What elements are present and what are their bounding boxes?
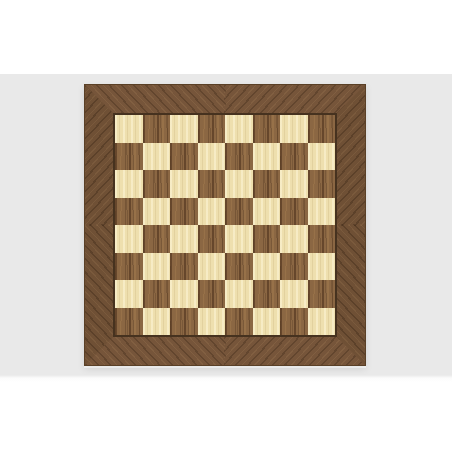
square-b7[interactable] [143,143,171,171]
square-h4[interactable] [308,225,336,253]
square-h5[interactable] [308,198,336,226]
square-b4[interactable] [143,225,171,253]
square-h8[interactable] [308,115,336,143]
square-a7[interactable] [115,143,143,171]
board-frame-left [85,85,113,365]
square-d2[interactable] [198,280,226,308]
board-frame-right [337,85,365,365]
square-c3[interactable] [170,253,198,281]
square-b5[interactable] [143,198,171,226]
square-a5[interactable] [115,198,143,226]
square-a4[interactable] [115,225,143,253]
square-h1[interactable] [308,308,336,336]
square-e7[interactable] [225,143,253,171]
square-a6[interactable] [115,170,143,198]
square-f6[interactable] [253,170,281,198]
square-f3[interactable] [253,253,281,281]
square-g7[interactable] [280,143,308,171]
square-d1[interactable] [198,308,226,336]
square-b1[interactable] [143,308,171,336]
square-c1[interactable] [170,308,198,336]
board-squares-grid [115,115,335,335]
board-inlay-border [113,113,337,337]
square-e5[interactable] [225,198,253,226]
square-c2[interactable] [170,280,198,308]
square-c8[interactable] [170,115,198,143]
square-g5[interactable] [280,198,308,226]
square-g8[interactable] [280,115,308,143]
square-g6[interactable] [280,170,308,198]
square-a1[interactable] [115,308,143,336]
square-c6[interactable] [170,170,198,198]
square-e4[interactable] [225,225,253,253]
square-b3[interactable] [143,253,171,281]
square-f2[interactable] [253,280,281,308]
square-g4[interactable] [280,225,308,253]
square-f4[interactable] [253,225,281,253]
square-d8[interactable] [198,115,226,143]
square-h6[interactable] [308,170,336,198]
square-e8[interactable] [225,115,253,143]
square-e6[interactable] [225,170,253,198]
square-a8[interactable] [115,115,143,143]
square-e1[interactable] [225,308,253,336]
square-c4[interactable] [170,225,198,253]
square-d3[interactable] [198,253,226,281]
square-b8[interactable] [143,115,171,143]
square-f7[interactable] [253,143,281,171]
square-c7[interactable] [170,143,198,171]
square-d4[interactable] [198,225,226,253]
square-f1[interactable] [253,308,281,336]
square-c5[interactable] [170,198,198,226]
board-frame-top [85,85,365,113]
square-f5[interactable] [253,198,281,226]
square-b6[interactable] [143,170,171,198]
square-d5[interactable] [198,198,226,226]
square-b2[interactable] [143,280,171,308]
product-photo-scene [0,0,452,452]
square-d7[interactable] [198,143,226,171]
chess-board[interactable] [84,84,366,366]
square-d6[interactable] [198,170,226,198]
square-a2[interactable] [115,280,143,308]
square-a3[interactable] [115,253,143,281]
square-g2[interactable] [280,280,308,308]
square-g3[interactable] [280,253,308,281]
board-frame-bottom [85,337,365,365]
square-h3[interactable] [308,253,336,281]
square-g1[interactable] [280,308,308,336]
square-h7[interactable] [308,143,336,171]
square-h2[interactable] [308,280,336,308]
square-f8[interactable] [253,115,281,143]
square-e3[interactable] [225,253,253,281]
square-e2[interactable] [225,280,253,308]
